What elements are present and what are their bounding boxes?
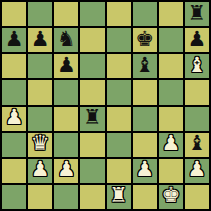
square-b5[interactable]	[28, 80, 52, 104]
square-g8[interactable]	[159, 2, 183, 26]
square-b2[interactable]: ♟	[28, 159, 52, 183]
square-e4[interactable]	[107, 107, 131, 131]
square-d8[interactable]	[80, 2, 104, 26]
square-a6[interactable]	[2, 54, 26, 78]
square-b3[interactable]: ♛	[28, 133, 52, 157]
square-a7[interactable]: ♟	[2, 28, 26, 52]
square-f4[interactable]	[133, 107, 157, 131]
square-d4[interactable]: ♜	[80, 107, 104, 131]
square-h1[interactable]	[185, 185, 209, 209]
square-e3[interactable]	[107, 133, 131, 157]
black-rook-icon: ♜	[83, 107, 102, 128]
black-rook-icon: ♜	[188, 3, 207, 24]
square-c7[interactable]: ♞	[54, 28, 78, 52]
square-a3[interactable]	[2, 133, 26, 157]
black-bishop-icon: ♝	[135, 55, 154, 76]
white-pawn-icon: ♟	[5, 107, 24, 128]
square-a4[interactable]: ♟	[2, 107, 26, 131]
white-pawn-icon: ♟	[188, 159, 207, 180]
square-c6[interactable]: ♟	[54, 54, 78, 78]
square-h7[interactable]: ♟	[185, 28, 209, 52]
white-pawn-icon: ♟	[31, 159, 50, 180]
white-bishop-icon: ♝	[188, 55, 207, 76]
square-f6[interactable]: ♝	[133, 54, 157, 78]
square-e8[interactable]	[107, 2, 131, 26]
black-knight-icon: ♞	[57, 29, 76, 50]
square-g7[interactable]	[159, 28, 183, 52]
square-d2[interactable]	[80, 159, 104, 183]
square-g2[interactable]	[159, 159, 183, 183]
square-e1[interactable]: ♜	[107, 185, 131, 209]
square-c4[interactable]	[54, 107, 78, 131]
square-g5[interactable]	[159, 80, 183, 104]
square-e5[interactable]	[107, 80, 131, 104]
black-pawn-icon: ♟	[57, 55, 76, 76]
black-pawn-icon: ♟	[5, 29, 24, 50]
square-d6[interactable]	[80, 54, 104, 78]
square-a5[interactable]	[2, 80, 26, 104]
white-pawn-icon: ♟	[57, 159, 76, 180]
square-g3[interactable]: ♟	[159, 133, 183, 157]
square-d5[interactable]	[80, 80, 104, 104]
square-b1[interactable]	[28, 185, 52, 209]
square-g1[interactable]: ♚	[159, 185, 183, 209]
black-bishop-icon: ♝	[188, 133, 207, 154]
square-h4[interactable]	[185, 107, 209, 131]
black-king-icon: ♚	[135, 29, 154, 50]
square-d1[interactable]	[80, 185, 104, 209]
square-c5[interactable]	[54, 80, 78, 104]
square-c3[interactable]	[54, 133, 78, 157]
square-e6[interactable]	[107, 54, 131, 78]
chess-board: ♜♟♟♞♚♟♟♝♝♟♜♛♟♝♟♟♟♟♜♚	[0, 0, 211, 211]
square-e7[interactable]	[107, 28, 131, 52]
white-queen-icon: ♛	[31, 133, 50, 154]
square-f3[interactable]	[133, 133, 157, 157]
square-a2[interactable]	[2, 159, 26, 183]
square-b6[interactable]	[28, 54, 52, 78]
white-pawn-icon: ♟	[135, 159, 154, 180]
square-d7[interactable]	[80, 28, 104, 52]
square-h6[interactable]: ♝	[185, 54, 209, 78]
black-pawn-icon: ♟	[188, 29, 207, 50]
square-g6[interactable]	[159, 54, 183, 78]
square-f2[interactable]: ♟	[133, 159, 157, 183]
square-f1[interactable]	[133, 185, 157, 209]
square-e2[interactable]	[107, 159, 131, 183]
square-b7[interactable]: ♟	[28, 28, 52, 52]
square-f5[interactable]	[133, 80, 157, 104]
square-f7[interactable]: ♚	[133, 28, 157, 52]
square-c8[interactable]	[54, 2, 78, 26]
square-h2[interactable]: ♟	[185, 159, 209, 183]
square-a8[interactable]	[2, 2, 26, 26]
square-h5[interactable]	[185, 80, 209, 104]
square-h3[interactable]: ♝	[185, 133, 209, 157]
square-d3[interactable]	[80, 133, 104, 157]
square-c2[interactable]: ♟	[54, 159, 78, 183]
square-h8[interactable]: ♜	[185, 2, 209, 26]
square-f8[interactable]	[133, 2, 157, 26]
black-pawn-icon: ♟	[31, 29, 50, 50]
square-b8[interactable]	[28, 2, 52, 26]
square-b4[interactable]	[28, 107, 52, 131]
square-g4[interactable]	[159, 107, 183, 131]
square-a1[interactable]	[2, 185, 26, 209]
square-c1[interactable]	[54, 185, 78, 209]
white-pawn-icon: ♟	[161, 133, 180, 154]
white-rook-icon: ♜	[109, 185, 128, 206]
white-king-icon: ♚	[161, 185, 180, 206]
